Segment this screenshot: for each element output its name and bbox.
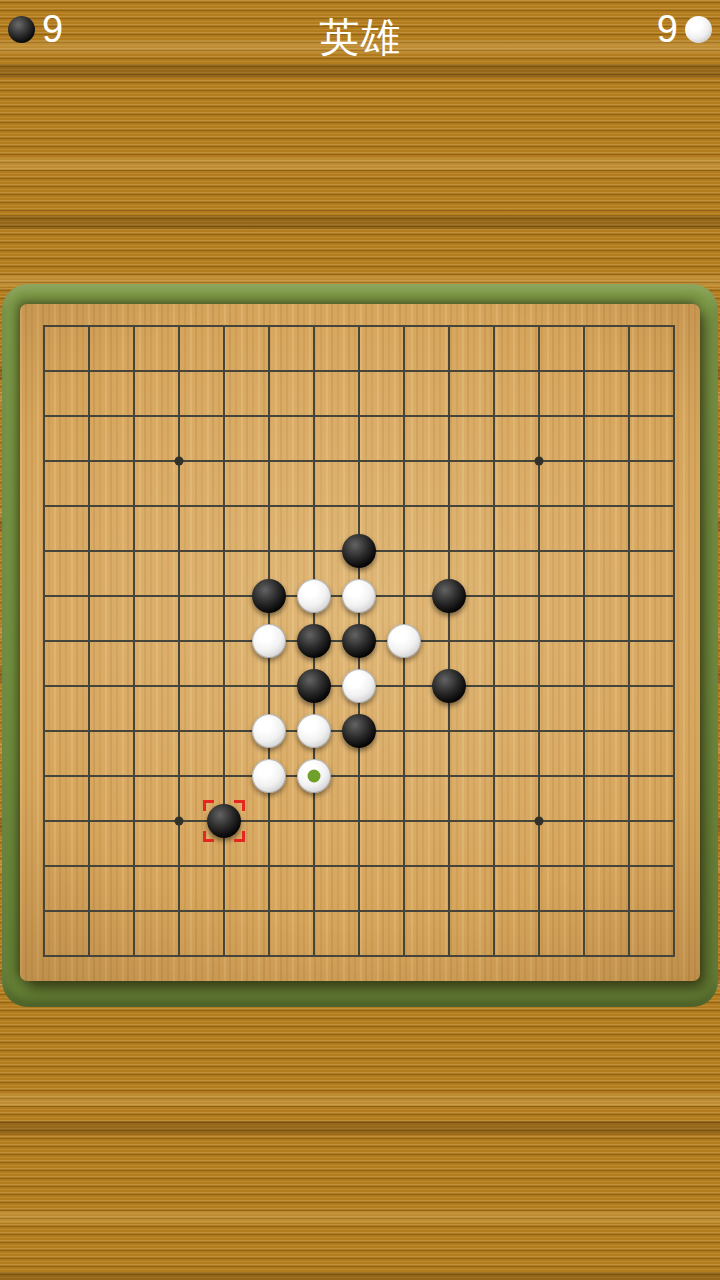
- black-score-group: 9: [8, 10, 63, 48]
- star-point: [535, 457, 544, 466]
- black-stone: ●: [432, 669, 466, 703]
- black-stone: ●: [297, 624, 331, 658]
- header-bar: 9 英雄 9: [0, 0, 720, 58]
- last-move-marker: [308, 770, 321, 783]
- black-stone: ●: [252, 579, 286, 613]
- board-grid[interactable]: ●●○○●○●●○●○●○○●○○●: [43, 325, 675, 957]
- white-stone: ○: [297, 579, 331, 613]
- black-stone: ●: [342, 714, 376, 748]
- white-stone: ○: [342, 669, 376, 703]
- star-point: [535, 817, 544, 826]
- white-stone: ○: [342, 579, 376, 613]
- star-point: [175, 457, 184, 466]
- white-score-group: 9: [657, 10, 712, 48]
- white-stone: ○: [252, 714, 286, 748]
- white-score: 9: [657, 10, 678, 48]
- selection-marker: [203, 800, 245, 842]
- white-stone: ○: [252, 624, 286, 658]
- black-stone: ●: [297, 669, 331, 703]
- white-stone: ○: [387, 624, 421, 658]
- black-stone-icon: [8, 16, 35, 43]
- black-stone: ●: [342, 624, 376, 658]
- white-stone: ○: [252, 759, 286, 793]
- white-stone-icon: [685, 16, 712, 43]
- black-stone: ●: [342, 534, 376, 568]
- app-title: 英雄: [319, 10, 401, 65]
- white-stone: ○: [297, 714, 331, 748]
- star-point: [175, 817, 184, 826]
- game-board: ●●○○●○●●○●○●○○●○○●: [20, 304, 700, 981]
- black-stone: ●: [432, 579, 466, 613]
- black-score: 9: [42, 10, 63, 48]
